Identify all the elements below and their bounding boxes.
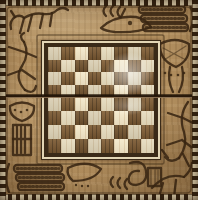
- hatched-raft-carving: [139, 5, 193, 31]
- square-r1c6[interactable]: [114, 47, 127, 60]
- square-r7c7[interactable]: [128, 125, 141, 139]
- square-r8c4[interactable]: [88, 139, 101, 153]
- square-r2c6[interactable]: [114, 60, 127, 73]
- fold-seam: [0, 94, 198, 98]
- square-r7c3[interactable]: [75, 125, 88, 139]
- square-r5c4[interactable]: [88, 97, 101, 111]
- vessel-carving: [10, 103, 34, 156]
- chess-board-margin: [44, 43, 158, 157]
- square-r2c4[interactable]: [88, 60, 101, 73]
- climbing-animal-carving: [8, 33, 36, 92]
- square-r6c3[interactable]: [75, 111, 88, 125]
- board-grid: [48, 47, 154, 153]
- square-r1c2[interactable]: [61, 47, 74, 60]
- claw-marks-carving: [111, 177, 128, 189]
- blade-carving: [68, 164, 101, 187]
- square-r5c3[interactable]: [75, 97, 88, 111]
- square-r8c7[interactable]: [128, 139, 141, 153]
- square-r3c7[interactable]: [128, 72, 141, 85]
- square-r1c3[interactable]: [75, 47, 88, 60]
- square-r1c4[interactable]: [88, 47, 101, 60]
- edge-band-bottom: [0, 194, 198, 200]
- square-r2c1[interactable]: [48, 60, 61, 73]
- square-r6c1[interactable]: [48, 111, 61, 125]
- square-r8c5[interactable]: [101, 139, 114, 153]
- square-r6c4[interactable]: [88, 111, 101, 125]
- square-r3c1[interactable]: [48, 72, 61, 85]
- square-r8c2[interactable]: [61, 139, 74, 153]
- carved-chessboard-photo: [0, 0, 198, 200]
- square-r8c3[interactable]: [75, 139, 88, 153]
- square-r7c8[interactable]: [141, 125, 154, 139]
- square-r7c2[interactable]: [61, 125, 74, 139]
- square-r6c7[interactable]: [128, 111, 141, 125]
- square-r2c7[interactable]: [128, 60, 141, 73]
- square-r2c5[interactable]: [101, 60, 114, 73]
- square-r3c2[interactable]: [61, 72, 74, 85]
- square-r1c8[interactable]: [141, 47, 154, 60]
- square-r1c1[interactable]: [48, 47, 61, 60]
- square-r6c6[interactable]: [114, 111, 127, 125]
- square-r7c1[interactable]: [48, 125, 61, 139]
- square-r3c8[interactable]: [141, 72, 154, 85]
- hatched-raft-carving: [6, 164, 64, 192]
- chess-board-frame: [41, 40, 161, 160]
- square-r5c7[interactable]: [128, 97, 141, 111]
- square-r8c1[interactable]: [48, 139, 61, 153]
- square-r6c2[interactable]: [61, 111, 74, 125]
- square-r5c5[interactable]: [101, 97, 114, 111]
- square-r2c8[interactable]: [141, 60, 154, 73]
- square-r8c8[interactable]: [141, 139, 154, 153]
- deer-carving: [162, 102, 195, 161]
- square-r6c5[interactable]: [101, 111, 114, 125]
- square-r3c5[interactable]: [101, 72, 114, 85]
- square-r6c8[interactable]: [141, 111, 154, 125]
- wolf-carving: [11, 8, 69, 33]
- square-r5c6[interactable]: [114, 97, 127, 111]
- square-r7c4[interactable]: [88, 125, 101, 139]
- square-r7c6[interactable]: [114, 125, 127, 139]
- square-r2c2[interactable]: [61, 60, 74, 73]
- square-r3c6[interactable]: [114, 72, 127, 85]
- square-r7c5[interactable]: [101, 125, 114, 139]
- square-r3c3[interactable]: [75, 72, 88, 85]
- square-r1c5[interactable]: [101, 47, 114, 60]
- square-r5c8[interactable]: [141, 97, 154, 111]
- square-r1c7[interactable]: [128, 47, 141, 60]
- square-r8c6[interactable]: [114, 139, 127, 153]
- square-r5c2[interactable]: [61, 97, 74, 111]
- edge-band-top: [0, 0, 198, 6]
- square-r3c4[interactable]: [88, 72, 101, 85]
- square-r5c1[interactable]: [48, 97, 61, 111]
- edge-band-left: [0, 0, 6, 200]
- edge-band-right: [192, 0, 198, 200]
- square-r2c3[interactable]: [75, 60, 88, 73]
